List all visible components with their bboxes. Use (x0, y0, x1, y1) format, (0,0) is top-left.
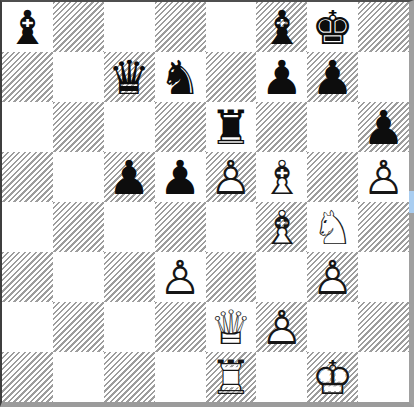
square-c4[interactable] (104, 202, 155, 252)
square-a6[interactable] (2, 102, 53, 152)
square-d8[interactable] (155, 2, 206, 52)
piece-black-bishop-icon: ♝ (256, 2, 307, 52)
square-g3[interactable]: ♟♙ (307, 252, 358, 302)
piece-white-knight-icon: ♞♘ (307, 202, 358, 252)
square-h8[interactable] (358, 2, 409, 52)
square-g1[interactable]: ♚♔ (307, 352, 358, 402)
square-f8[interactable]: ♝ (256, 2, 307, 52)
piece-white-bishop-icon: ♝♗ (256, 152, 307, 202)
square-e1[interactable]: ♜♖ (206, 352, 257, 402)
square-e5[interactable]: ♟♙ (206, 152, 257, 202)
square-f3[interactable] (256, 252, 307, 302)
square-h7[interactable] (358, 52, 409, 102)
square-e4[interactable] (206, 202, 257, 252)
piece-white-king-icon: ♚♔ (307, 352, 358, 402)
square-f4[interactable]: ♝♗ (256, 202, 307, 252)
square-d6[interactable] (155, 102, 206, 152)
square-g5[interactable] (307, 152, 358, 202)
piece-white-pawn-icon: ♟♙ (155, 252, 206, 302)
square-b4[interactable] (53, 202, 104, 252)
piece-black-pawn-icon: ♟ (358, 102, 409, 152)
piece-black-bishop-icon: ♝ (2, 2, 53, 52)
piece-black-queen-icon: ♛ (104, 52, 155, 102)
square-b2[interactable] (53, 302, 104, 352)
piece-white-queen-icon: ♛♕ (206, 302, 257, 352)
square-c5[interactable]: ♟ (104, 152, 155, 202)
piece-black-rook-icon: ♜ (206, 102, 257, 152)
square-g6[interactable] (307, 102, 358, 152)
square-c8[interactable] (104, 2, 155, 52)
chess-diagram: ♝♝♚♛♞♟♟♜♟♟♟♟♙♝♗♟♙♝♗♞♘♟♙♟♙♛♕♟♙♜♖♚♔ (0, 0, 414, 407)
piece-white-pawn-icon: ♟♙ (358, 152, 409, 202)
square-f1[interactable] (256, 352, 307, 402)
square-d7[interactable]: ♞ (155, 52, 206, 102)
square-a2[interactable] (2, 302, 53, 352)
square-d4[interactable] (155, 202, 206, 252)
piece-white-bishop-icon: ♝♗ (256, 202, 307, 252)
square-f2[interactable]: ♟♙ (256, 302, 307, 352)
square-e8[interactable] (206, 2, 257, 52)
square-g8[interactable]: ♚ (307, 2, 358, 52)
square-g7[interactable]: ♟ (307, 52, 358, 102)
square-h4[interactable] (358, 202, 409, 252)
screen-edge-artifact (409, 191, 414, 213)
piece-black-pawn-icon: ♟ (104, 152, 155, 202)
square-b1[interactable] (53, 352, 104, 402)
square-e2[interactable]: ♛♕ (206, 302, 257, 352)
square-d3[interactable]: ♟♙ (155, 252, 206, 302)
square-h1[interactable] (358, 352, 409, 402)
piece-black-pawn-icon: ♟ (256, 52, 307, 102)
square-b6[interactable] (53, 102, 104, 152)
square-g2[interactable] (307, 302, 358, 352)
piece-black-knight-icon: ♞ (155, 52, 206, 102)
piece-white-rook-icon: ♜♖ (206, 352, 257, 402)
piece-white-pawn-icon: ♟♙ (307, 252, 358, 302)
piece-white-pawn-icon: ♟♙ (206, 152, 257, 202)
square-f7[interactable]: ♟ (256, 52, 307, 102)
square-a8[interactable]: ♝ (2, 2, 53, 52)
square-d1[interactable] (155, 352, 206, 402)
square-d5[interactable]: ♟ (155, 152, 206, 202)
square-a7[interactable] (2, 52, 53, 102)
square-a3[interactable] (2, 252, 53, 302)
square-d2[interactable] (155, 302, 206, 352)
piece-black-pawn-icon: ♟ (155, 152, 206, 202)
square-e3[interactable] (206, 252, 257, 302)
square-a1[interactable] (2, 352, 53, 402)
square-c3[interactable] (104, 252, 155, 302)
square-e7[interactable] (206, 52, 257, 102)
square-h5[interactable]: ♟♙ (358, 152, 409, 202)
chess-board: ♝♝♚♛♞♟♟♜♟♟♟♟♙♝♗♟♙♝♗♞♘♟♙♟♙♛♕♟♙♜♖♚♔ (2, 2, 409, 402)
square-c6[interactable] (104, 102, 155, 152)
square-c1[interactable] (104, 352, 155, 402)
square-c2[interactable] (104, 302, 155, 352)
square-c7[interactable]: ♛ (104, 52, 155, 102)
square-h6[interactable]: ♟ (358, 102, 409, 152)
piece-white-pawn-icon: ♟♙ (256, 302, 307, 352)
square-g4[interactable]: ♞♘ (307, 202, 358, 252)
piece-black-king-icon: ♚ (307, 2, 358, 52)
piece-black-pawn-icon: ♟ (307, 52, 358, 102)
square-h3[interactable] (358, 252, 409, 302)
square-h2[interactable] (358, 302, 409, 352)
square-e6[interactable]: ♜ (206, 102, 257, 152)
square-b7[interactable] (53, 52, 104, 102)
square-b8[interactable] (53, 2, 104, 52)
square-a4[interactable] (2, 202, 53, 252)
square-b3[interactable] (53, 252, 104, 302)
square-b5[interactable] (53, 152, 104, 202)
square-a5[interactable] (2, 152, 53, 202)
square-f6[interactable] (256, 102, 307, 152)
square-f5[interactable]: ♝♗ (256, 152, 307, 202)
